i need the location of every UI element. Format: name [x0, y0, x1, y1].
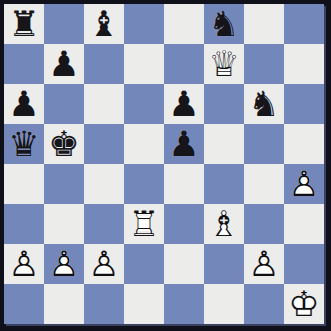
square-a8[interactable]: ♜: [4, 4, 44, 44]
piece-black-rook[interactable]: ♜: [4, 4, 44, 44]
square-h4[interactable]: ♟♙: [284, 164, 324, 204]
piece-white-pawn[interactable]: ♟♙: [244, 244, 284, 284]
square-f1[interactable]: [204, 284, 244, 324]
piece-white-rook[interactable]: ♜♖: [124, 204, 164, 244]
piece-black-knight[interactable]: ♞: [204, 4, 244, 44]
square-g4[interactable]: [244, 164, 284, 204]
square-h2[interactable]: [284, 244, 324, 284]
square-d7[interactable]: [124, 44, 164, 84]
square-e1[interactable]: [164, 284, 204, 324]
piece-white-pawn[interactable]: ♟♙: [84, 244, 124, 284]
square-c6[interactable]: [84, 84, 124, 124]
square-g3[interactable]: [244, 204, 284, 244]
square-b6[interactable]: [44, 84, 84, 124]
square-a7[interactable]: [4, 44, 44, 84]
white-pawn-outline-glyph: ♙: [84, 244, 124, 284]
square-f3[interactable]: ♝♗: [204, 204, 244, 244]
square-b5[interactable]: ♚: [44, 124, 84, 164]
piece-black-knight[interactable]: ♞: [244, 84, 284, 124]
square-c1[interactable]: [84, 284, 124, 324]
square-f5[interactable]: [204, 124, 244, 164]
chess-board-grid: ♜♝♞♟♛♕♟♟♞♛♚♟♟♙♜♖♝♗♟♙♟♙♟♙♟♙♚♔: [4, 4, 324, 324]
square-e5[interactable]: ♟: [164, 124, 204, 164]
chess-board: ♜♝♞♟♛♕♟♟♞♛♚♟♟♙♜♖♝♗♟♙♟♙♟♙♟♙♚♔: [0, 0, 331, 331]
square-b7[interactable]: ♟: [44, 44, 84, 84]
square-g5[interactable]: [244, 124, 284, 164]
square-f2[interactable]: [204, 244, 244, 284]
square-c8[interactable]: ♝: [84, 4, 124, 44]
square-b3[interactable]: [44, 204, 84, 244]
square-g2[interactable]: ♟♙: [244, 244, 284, 284]
square-h6[interactable]: [284, 84, 324, 124]
square-b1[interactable]: [44, 284, 84, 324]
square-b4[interactable]: [44, 164, 84, 204]
square-d5[interactable]: [124, 124, 164, 164]
square-c4[interactable]: [84, 164, 124, 204]
square-h8[interactable]: [284, 4, 324, 44]
white-pawn-outline-glyph: ♙: [284, 164, 324, 204]
square-f8[interactable]: ♞: [204, 4, 244, 44]
piece-white-bishop[interactable]: ♝♗: [204, 204, 244, 244]
square-a2[interactable]: ♟♙: [4, 244, 44, 284]
square-e3[interactable]: [164, 204, 204, 244]
square-e7[interactable]: [164, 44, 204, 84]
square-e4[interactable]: [164, 164, 204, 204]
white-rook-outline-glyph: ♖: [124, 204, 164, 244]
piece-black-queen[interactable]: ♛: [4, 124, 44, 164]
piece-black-pawn[interactable]: ♟: [44, 44, 84, 84]
piece-black-pawn[interactable]: ♟: [164, 124, 204, 164]
white-queen-outline-glyph: ♕: [204, 44, 244, 84]
square-g8[interactable]: [244, 4, 284, 44]
square-h7[interactable]: [284, 44, 324, 84]
piece-white-pawn[interactable]: ♟♙: [44, 244, 84, 284]
piece-black-king[interactable]: ♚: [44, 124, 84, 164]
square-a1[interactable]: [4, 284, 44, 324]
square-h3[interactable]: [284, 204, 324, 244]
square-f4[interactable]: [204, 164, 244, 204]
white-pawn-outline-glyph: ♙: [44, 244, 84, 284]
square-a4[interactable]: [4, 164, 44, 204]
piece-black-pawn[interactable]: ♟: [4, 84, 44, 124]
white-pawn-outline-glyph: ♙: [244, 244, 284, 284]
square-e2[interactable]: [164, 244, 204, 284]
square-d1[interactable]: [124, 284, 164, 324]
piece-white-pawn[interactable]: ♟♙: [284, 164, 324, 204]
square-g7[interactable]: [244, 44, 284, 84]
square-f6[interactable]: [204, 84, 244, 124]
square-c7[interactable]: [84, 44, 124, 84]
square-a3[interactable]: [4, 204, 44, 244]
square-c3[interactable]: [84, 204, 124, 244]
square-e6[interactable]: ♟: [164, 84, 204, 124]
square-f7[interactable]: ♛♕: [204, 44, 244, 84]
white-bishop-outline-glyph: ♗: [204, 204, 244, 244]
piece-white-queen[interactable]: ♛♕: [204, 44, 244, 84]
square-a6[interactable]: ♟: [4, 84, 44, 124]
square-b2[interactable]: ♟♙: [44, 244, 84, 284]
square-d4[interactable]: [124, 164, 164, 204]
piece-black-bishop[interactable]: ♝: [84, 4, 124, 44]
square-b8[interactable]: [44, 4, 84, 44]
square-h1[interactable]: ♚♔: [284, 284, 324, 324]
piece-black-pawn[interactable]: ♟: [164, 84, 204, 124]
white-pawn-outline-glyph: ♙: [4, 244, 44, 284]
piece-white-pawn[interactable]: ♟♙: [4, 244, 44, 284]
piece-white-king[interactable]: ♚♔: [284, 284, 324, 324]
square-a5[interactable]: ♛: [4, 124, 44, 164]
square-h5[interactable]: [284, 124, 324, 164]
square-e8[interactable]: [164, 4, 204, 44]
square-g6[interactable]: ♞: [244, 84, 284, 124]
white-king-outline-glyph: ♔: [284, 284, 324, 324]
square-d8[interactable]: [124, 4, 164, 44]
square-d2[interactable]: [124, 244, 164, 284]
square-g1[interactable]: [244, 284, 284, 324]
square-c2[interactable]: ♟♙: [84, 244, 124, 284]
square-d3[interactable]: ♜♖: [124, 204, 164, 244]
square-c5[interactable]: [84, 124, 124, 164]
square-d6[interactable]: [124, 84, 164, 124]
